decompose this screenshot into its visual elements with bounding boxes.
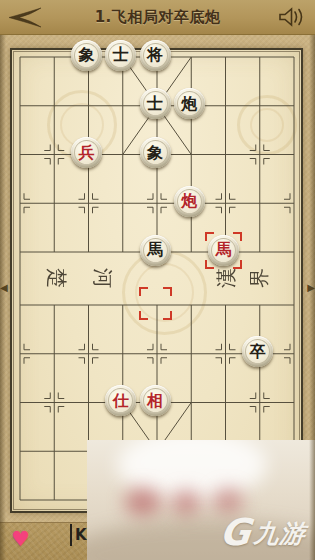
- piece-character: 象: [79, 47, 95, 63]
- sound-button[interactable]: [269, 0, 315, 35]
- piece-black-象[interactable]: 象: [71, 40, 102, 71]
- piece-black-炮[interactable]: 炮: [174, 88, 205, 119]
- piece-face: 士: [108, 43, 133, 68]
- river-label-he: 河: [91, 266, 115, 290]
- piece-face: 相: [143, 388, 168, 413]
- piece-red-馬[interactable]: 馬: [208, 235, 239, 266]
- piece-black-将[interactable]: 将: [140, 40, 171, 71]
- piece-black-馬[interactable]: 馬: [140, 235, 171, 266]
- piece-face: 炮: [177, 91, 202, 116]
- piece-character: 相: [147, 392, 163, 408]
- k-mark: K: [70, 524, 87, 546]
- speaker-icon: [278, 7, 306, 27]
- piece-red-炮[interactable]: 炮: [174, 186, 205, 217]
- piece-face: 馬: [143, 238, 168, 263]
- piece-face: 馬: [211, 238, 236, 263]
- next-arrow-icon[interactable]: ▶: [307, 283, 315, 293]
- k-mark-bar: [70, 524, 72, 546]
- piece-character: 炮: [181, 95, 197, 111]
- piece-red-相[interactable]: 相: [140, 385, 171, 416]
- piece-face: 象: [74, 43, 99, 68]
- header-bar: 1.飞相局对卒底炮: [0, 0, 315, 35]
- back-button[interactable]: [0, 0, 52, 35]
- piece-character: 卒: [250, 343, 266, 359]
- piece-face: 卒: [245, 339, 270, 364]
- left-edge-shadow: [0, 35, 6, 560]
- piece-face: 炮: [177, 189, 202, 214]
- piece-character: 士: [113, 47, 129, 63]
- piece-character: 士: [147, 95, 163, 111]
- piece-face: 象: [143, 140, 168, 165]
- piece-black-象[interactable]: 象: [140, 137, 171, 168]
- piece-black-士[interactable]: 士: [140, 88, 171, 119]
- watermark-logo-icon: G: [218, 511, 253, 555]
- piece-character: 炮: [181, 193, 197, 209]
- blur-blob-red: [125, 488, 161, 516]
- piece-face: 将: [143, 43, 168, 68]
- piece-character: 仕: [113, 392, 129, 408]
- piece-face: 士: [143, 91, 168, 116]
- watermark-brand: 九游: [253, 517, 308, 550]
- piece-character: 兵: [79, 144, 95, 160]
- back-arrow-icon: [6, 7, 46, 28]
- river-label-jie: 界: [247, 266, 271, 290]
- page-title: 1.飞相局对卒底炮: [95, 8, 221, 27]
- piece-face: 兵: [74, 140, 99, 165]
- piece-character: 象: [147, 144, 163, 160]
- blur-blob-red: [172, 490, 200, 516]
- favorite-heart-icon[interactable]: ♥: [11, 527, 30, 551]
- piece-character: 将: [147, 47, 163, 63]
- river-label-han: 漢: [214, 266, 238, 290]
- app-screen: 1.飞相局对卒底炮 楚 河 漢 界 象士将士炮兵象炮馬馬卒仕相 ◀ ▶ ♥ K: [0, 0, 315, 560]
- prev-arrow-icon[interactable]: ◀: [0, 283, 8, 293]
- piece-character: 馬: [147, 242, 163, 258]
- piece-black-士[interactable]: 士: [105, 40, 136, 71]
- river-label-chu: 楚: [45, 266, 69, 290]
- k-mark-letter: K: [75, 526, 87, 544]
- piece-face: 仕: [108, 388, 133, 413]
- piece-red-兵[interactable]: 兵: [71, 137, 102, 168]
- piece-character: 馬: [216, 242, 232, 258]
- watermark-9game: G 九游: [220, 511, 306, 555]
